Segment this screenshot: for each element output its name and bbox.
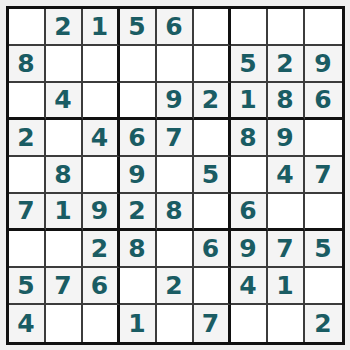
cell-r7c6: 6: [194, 231, 231, 268]
cell-r6c5: 8: [157, 194, 194, 231]
cell-r7c9: 5: [305, 231, 342, 268]
cell-r2c2[interactable]: [46, 46, 83, 83]
cell-r3c3[interactable]: [83, 83, 120, 120]
cell-r4c1: 2: [9, 120, 46, 157]
cell-r3c1[interactable]: [9, 83, 46, 120]
cell-r1c4: 5: [120, 9, 157, 46]
cell-r7c4: 8: [120, 231, 157, 268]
cell-r5c6: 5: [194, 157, 231, 194]
cell-r5c9: 7: [305, 157, 342, 194]
cell-r3c6: 2: [194, 83, 231, 120]
cell-r4c8: 9: [268, 120, 305, 157]
cell-r4c5: 7: [157, 120, 194, 157]
cell-r5c4: 9: [120, 157, 157, 194]
cell-r4c4: 6: [120, 120, 157, 157]
cell-r7c3: 2: [83, 231, 120, 268]
cell-r8c3: 6: [83, 268, 120, 305]
cell-r9c2[interactable]: [46, 305, 83, 342]
cell-r3c2: 4: [46, 83, 83, 120]
cell-r6c6[interactable]: [194, 194, 231, 231]
cell-r4c2[interactable]: [46, 120, 83, 157]
cell-r8c2: 7: [46, 268, 83, 305]
page: 2156852949218624678989547719286286975576…: [0, 0, 350, 350]
cell-r5c3[interactable]: [83, 157, 120, 194]
cell-r4c6[interactable]: [194, 120, 231, 157]
cell-r6c8[interactable]: [268, 194, 305, 231]
cell-r6c2: 1: [46, 194, 83, 231]
cell-r8c1: 5: [9, 268, 46, 305]
cell-r6c9[interactable]: [305, 194, 342, 231]
cell-r6c7: 6: [231, 194, 268, 231]
cell-r2c9: 9: [305, 46, 342, 83]
cell-r8c8: 1: [268, 268, 305, 305]
cell-r8c7: 4: [231, 268, 268, 305]
cell-r7c2[interactable]: [46, 231, 83, 268]
cell-r8c9[interactable]: [305, 268, 342, 305]
cell-r9c3[interactable]: [83, 305, 120, 342]
cell-r2c4[interactable]: [120, 46, 157, 83]
cell-r2c8: 2: [268, 46, 305, 83]
cell-r1c9[interactable]: [305, 9, 342, 46]
cell-r6c3: 9: [83, 194, 120, 231]
cell-r5c7[interactable]: [231, 157, 268, 194]
cell-r1c3: 1: [83, 9, 120, 46]
cell-r1c7[interactable]: [231, 9, 268, 46]
cell-r1c6[interactable]: [194, 9, 231, 46]
cell-r7c7: 9: [231, 231, 268, 268]
cell-r3c9: 6: [305, 83, 342, 120]
cell-r1c1[interactable]: [9, 9, 46, 46]
cell-r7c5[interactable]: [157, 231, 194, 268]
cell-r3c8: 8: [268, 83, 305, 120]
cell-r3c7: 1: [231, 83, 268, 120]
cell-r2c7: 5: [231, 46, 268, 83]
cell-r2c5[interactable]: [157, 46, 194, 83]
cell-r8c6[interactable]: [194, 268, 231, 305]
cell-r2c1: 8: [9, 46, 46, 83]
cell-r7c8: 7: [268, 231, 305, 268]
cell-r9c1: 4: [9, 305, 46, 342]
cell-r6c4: 2: [120, 194, 157, 231]
cell-r8c4[interactable]: [120, 268, 157, 305]
cell-r5c1[interactable]: [9, 157, 46, 194]
cell-r5c5[interactable]: [157, 157, 194, 194]
cell-r4c7: 8: [231, 120, 268, 157]
cell-r9c8[interactable]: [268, 305, 305, 342]
cell-r6c1: 7: [9, 194, 46, 231]
cell-r1c2: 2: [46, 9, 83, 46]
cell-r9c6: 7: [194, 305, 231, 342]
cell-r1c5: 6: [157, 9, 194, 46]
cell-r9c4: 1: [120, 305, 157, 342]
cell-r2c6[interactable]: [194, 46, 231, 83]
cell-r3c4[interactable]: [120, 83, 157, 120]
cell-r4c3: 4: [83, 120, 120, 157]
cell-r9c9: 2: [305, 305, 342, 342]
cell-r4c9[interactable]: [305, 120, 342, 157]
cell-r5c8: 4: [268, 157, 305, 194]
cell-r7c1[interactable]: [9, 231, 46, 268]
cell-r3c5: 9: [157, 83, 194, 120]
cell-r2c3[interactable]: [83, 46, 120, 83]
cell-r5c2: 8: [46, 157, 83, 194]
sudoku-board: 2156852949218624678989547719286286975576…: [6, 6, 345, 345]
cell-r9c5[interactable]: [157, 305, 194, 342]
cell-r1c8[interactable]: [268, 9, 305, 46]
cell-r9c7[interactable]: [231, 305, 268, 342]
cell-r8c5: 2: [157, 268, 194, 305]
